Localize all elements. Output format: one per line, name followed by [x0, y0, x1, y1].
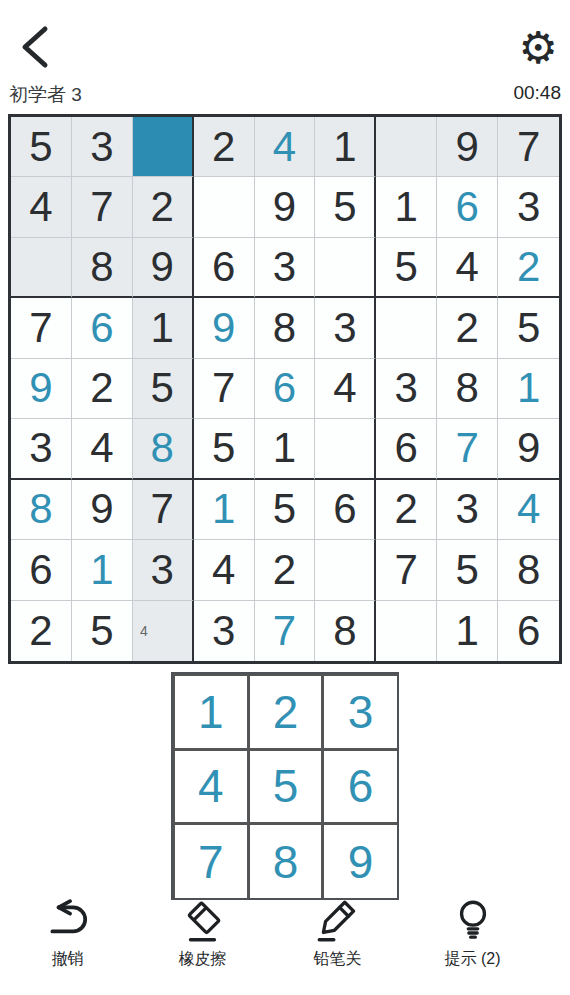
cell-r1c7[interactable]: [376, 117, 437, 177]
cell-r5c5[interactable]: 6: [255, 359, 316, 419]
note-digit: [135, 603, 153, 622]
given-digit: 2: [151, 183, 174, 231]
hint-label: 提示 (2): [445, 949, 501, 970]
cell-r3c4[interactable]: 6: [194, 238, 255, 298]
given-digit: 1: [395, 183, 418, 231]
gear-icon: ⚙: [519, 23, 558, 72]
cell-r5c4[interactable]: 7: [194, 359, 255, 419]
note-digit: [135, 640, 153, 659]
given-digit: 9: [273, 183, 296, 231]
given-digit: 3: [29, 424, 52, 472]
given-digit: 9: [90, 485, 113, 533]
cell-r9c4[interactable]: 3: [194, 601, 255, 661]
given-digit: 3: [455, 485, 478, 533]
cell-r7c1[interactable]: 8: [11, 480, 72, 540]
cell-r6c6[interactable]: [315, 419, 376, 479]
note-digit: [171, 603, 189, 622]
cell-r6c9[interactable]: 9: [498, 419, 559, 479]
given-digit: 8: [333, 607, 356, 655]
pencil-button[interactable]: 铅笔关: [270, 898, 405, 970]
cell-r5c2[interactable]: 2: [72, 359, 133, 419]
note-digit: [171, 640, 189, 659]
given-digit: 9: [151, 243, 174, 291]
cell-r2c1[interactable]: 4: [11, 177, 72, 237]
cell-r3c8[interactable]: 4: [437, 238, 498, 298]
pencil-icon: [313, 898, 363, 944]
given-digit: 2: [29, 607, 52, 655]
given-digit: 2: [212, 123, 235, 171]
given-digit: 5: [151, 364, 174, 412]
cell-r2c9[interactable]: 3: [498, 177, 559, 237]
cell-r3c1[interactable]: [11, 238, 72, 298]
level-label: 初学者 3: [9, 82, 82, 108]
given-digit: 2: [455, 304, 478, 352]
given-digit: 3: [333, 304, 356, 352]
sudoku-app: ⚙ 初学者 3 00:48 53241974729516389635427619…: [0, 0, 570, 995]
cell-r6c7[interactable]: 6: [376, 419, 437, 479]
eraser-icon: [178, 898, 228, 944]
given-digit: 6: [333, 485, 356, 533]
back-button[interactable]: [14, 24, 54, 72]
cell-r1c8[interactable]: 9: [437, 117, 498, 177]
cell-r2c5[interactable]: 9: [255, 177, 316, 237]
given-digit: 3: [151, 546, 174, 594]
given-digit: 8: [517, 546, 540, 594]
given-digit: 7: [517, 123, 540, 171]
given-digit: 4: [212, 546, 235, 594]
cell-r8c3[interactable]: 3: [133, 540, 194, 600]
cell-r6c4[interactable]: 5: [194, 419, 255, 479]
cell-r3c6[interactable]: [315, 238, 376, 298]
given-digit: 5: [455, 546, 478, 594]
cell-r1c6[interactable]: 1: [315, 117, 376, 177]
cell-r4c9[interactable]: 5: [498, 298, 559, 358]
cell-r8c7[interactable]: 7: [376, 540, 437, 600]
cell-r8c6[interactable]: [315, 540, 376, 600]
cell-r2c8[interactable]: 6: [437, 177, 498, 237]
user-digit: 2: [517, 243, 540, 291]
cell-r2c3[interactable]: 2: [133, 177, 194, 237]
given-digit: 5: [90, 607, 113, 655]
cell-r5c7[interactable]: 3: [376, 359, 437, 419]
cell-r3c9[interactable]: 2: [498, 238, 559, 298]
eraser-button[interactable]: 橡皮擦: [135, 898, 270, 970]
numpad-key-6[interactable]: 6: [322, 749, 397, 824]
hint-button[interactable]: 提示 (2): [405, 898, 540, 970]
cell-r2c6[interactable]: 5: [315, 177, 376, 237]
given-digit: 6: [517, 607, 540, 655]
toolbar: 撤销 橡皮擦: [0, 898, 540, 970]
given-digit: 8: [273, 304, 296, 352]
numpad-key-4[interactable]: 4: [173, 749, 248, 824]
number-pad: 123456789: [171, 672, 399, 900]
user-digit: 4: [517, 485, 540, 533]
given-digit: 4: [333, 364, 356, 412]
user-digit: 9: [212, 304, 235, 352]
given-digit: 6: [212, 243, 235, 291]
cell-r5c8[interactable]: 8: [437, 359, 498, 419]
undo-button[interactable]: 撤销: [0, 898, 135, 970]
cell-r4c8[interactable]: 2: [437, 298, 498, 358]
cell-r5c6[interactable]: 4: [315, 359, 376, 419]
numpad-key-3[interactable]: 3: [322, 674, 397, 749]
given-digit: 4: [29, 183, 52, 231]
numpad-key-1[interactable]: 1: [173, 674, 248, 749]
cell-r9c2[interactable]: 5: [72, 601, 133, 661]
cell-r1c4[interactable]: 2: [194, 117, 255, 177]
cell-r8c9[interactable]: 8: [498, 540, 559, 600]
given-digit: 1: [333, 123, 356, 171]
given-digit: 7: [151, 485, 174, 533]
given-digit: 2: [273, 546, 296, 594]
given-digit: 1: [455, 607, 478, 655]
numpad-key-9[interactable]: 9: [322, 823, 397, 898]
sudoku-grid: 5324197472951638963542761983259257643813…: [8, 114, 562, 664]
given-digit: 5: [212, 424, 235, 472]
given-digit: 5: [517, 304, 540, 352]
given-digit: 3: [395, 364, 418, 412]
user-digit: 6: [455, 183, 478, 231]
eraser-label: 橡皮擦: [179, 949, 227, 970]
given-digit: 9: [455, 123, 478, 171]
cell-r8c4[interactable]: 4: [194, 540, 255, 600]
user-digit: 8: [151, 424, 174, 472]
cell-r1c3[interactable]: [133, 117, 194, 177]
cell-r9c8[interactable]: 1: [437, 601, 498, 661]
user-digit: 1: [212, 485, 235, 533]
user-digit: 6: [90, 304, 113, 352]
given-digit: 7: [90, 183, 113, 231]
user-digit: 1: [517, 364, 540, 412]
note-digit: [153, 640, 171, 659]
settings-button[interactable]: ⚙: [519, 26, 558, 70]
given-digit: 7: [212, 364, 235, 412]
cell-r6c5[interactable]: 1: [255, 419, 316, 479]
user-digit: 9: [29, 364, 52, 412]
note-digit: [153, 621, 171, 640]
cell-r6c1[interactable]: 3: [11, 419, 72, 479]
cell-r9c7[interactable]: [376, 601, 437, 661]
note-digit: 4: [135, 621, 153, 640]
cell-r6c8[interactable]: 7: [437, 419, 498, 479]
cell-r4c6[interactable]: 3: [315, 298, 376, 358]
user-digit: 1: [90, 546, 113, 594]
given-digit: 2: [395, 485, 418, 533]
cell-r8c8[interactable]: 5: [437, 540, 498, 600]
given-digit: 5: [29, 123, 52, 171]
cell-r9c1[interactable]: 2: [11, 601, 72, 661]
user-digit: 7: [455, 424, 478, 472]
given-digit: 3: [90, 123, 113, 171]
cell-r6c2[interactable]: 4: [72, 419, 133, 479]
cell-r7c4[interactable]: 1: [194, 480, 255, 540]
cell-r4c7[interactable]: [376, 298, 437, 358]
cell-r9c9[interactable]: 6: [498, 601, 559, 661]
cell-r5c1[interactable]: 9: [11, 359, 72, 419]
cell-r4c5[interactable]: 8: [255, 298, 316, 358]
cell-r9c5[interactable]: 7: [255, 601, 316, 661]
cell-r4c1[interactable]: 7: [11, 298, 72, 358]
given-digit: 5: [273, 485, 296, 533]
cell-r6c3[interactable]: 8: [133, 419, 194, 479]
given-digit: 4: [455, 243, 478, 291]
given-digit: 7: [395, 546, 418, 594]
given-digit: 1: [273, 424, 296, 472]
pencil-label: 铅笔关: [314, 949, 362, 970]
given-digit: 8: [455, 364, 478, 412]
given-digit: 1: [151, 304, 174, 352]
chevron-left-icon: [15, 24, 53, 70]
cell-r4c2[interactable]: 6: [72, 298, 133, 358]
cell-r2c7[interactable]: 1: [376, 177, 437, 237]
numpad-key-8[interactable]: 8: [248, 823, 323, 898]
given-digit: 3: [212, 607, 235, 655]
cell-r4c3[interactable]: 1: [133, 298, 194, 358]
lightbulb-icon: [448, 898, 498, 944]
cell-r1c2[interactable]: 3: [72, 117, 133, 177]
cell-r7c2[interactable]: 9: [72, 480, 133, 540]
cell-r7c3[interactable]: 7: [133, 480, 194, 540]
pencil-notes: 4: [135, 603, 190, 659]
cell-r7c5[interactable]: 5: [255, 480, 316, 540]
given-digit: 7: [29, 304, 52, 352]
user-digit: 4: [273, 123, 296, 171]
numpad-key-7[interactable]: 7: [173, 823, 248, 898]
undo-label: 撤销: [52, 949, 84, 970]
cell-r7c8[interactable]: 3: [437, 480, 498, 540]
cell-r7c7[interactable]: 2: [376, 480, 437, 540]
cell-r5c3[interactable]: 5: [133, 359, 194, 419]
numpad-key-2[interactable]: 2: [248, 674, 323, 749]
given-digit: 6: [395, 424, 418, 472]
timer: 00:48: [513, 82, 561, 104]
cell-r3c3[interactable]: 9: [133, 238, 194, 298]
user-digit: 6: [273, 364, 296, 412]
cell-r5c9[interactable]: 1: [498, 359, 559, 419]
cell-r7c6[interactable]: 6: [315, 480, 376, 540]
cell-r7c9[interactable]: 4: [498, 480, 559, 540]
given-digit: 4: [90, 424, 113, 472]
cell-r9c6[interactable]: 8: [315, 601, 376, 661]
note-digit: [153, 603, 171, 622]
user-digit: 8: [29, 485, 52, 533]
given-digit: 8: [90, 243, 113, 291]
cell-r1c5[interactable]: 4: [255, 117, 316, 177]
cell-r2c4[interactable]: [194, 177, 255, 237]
cell-r4c4[interactable]: 9: [194, 298, 255, 358]
cell-r3c5[interactable]: 3: [255, 238, 316, 298]
cell-r1c1[interactable]: 5: [11, 117, 72, 177]
cell-r8c5[interactable]: 2: [255, 540, 316, 600]
cell-r2c2[interactable]: 7: [72, 177, 133, 237]
numpad-key-5[interactable]: 5: [248, 749, 323, 824]
given-digit: 9: [517, 424, 540, 472]
given-digit: 5: [395, 243, 418, 291]
note-digit: [171, 621, 189, 640]
given-digit: 3: [273, 243, 296, 291]
user-digit: 7: [273, 607, 296, 655]
given-digit: 3: [517, 183, 540, 231]
undo-icon: [43, 898, 93, 944]
cell-r3c2[interactable]: 8: [72, 238, 133, 298]
cell-r1c9[interactable]: 7: [498, 117, 559, 177]
cell-r3c7[interactable]: 5: [376, 238, 437, 298]
cell-r8c1[interactable]: 6: [11, 540, 72, 600]
cell-r9c3[interactable]: 4: [133, 601, 194, 661]
given-digit: 6: [29, 546, 52, 594]
given-digit: 5: [333, 183, 356, 231]
given-digit: 2: [90, 364, 113, 412]
cell-r8c2[interactable]: 1: [72, 540, 133, 600]
